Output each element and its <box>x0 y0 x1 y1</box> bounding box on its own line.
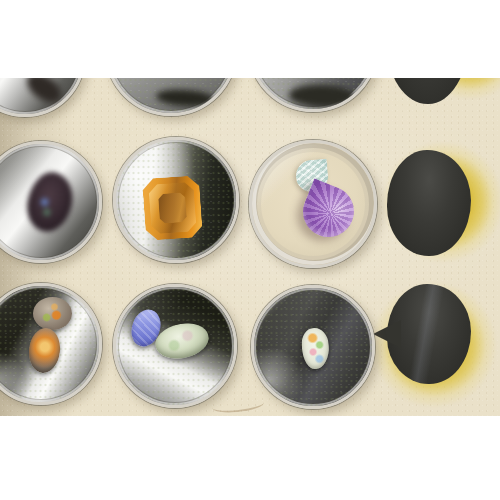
citrine-emerald-cut-gem <box>141 175 202 241</box>
capsule-r3c3 <box>251 285 375 409</box>
capsule-r2c2 <box>113 137 239 263</box>
round-opal <box>33 297 72 330</box>
photo <box>0 78 500 416</box>
capsule-r2c3 <box>249 140 377 268</box>
foam-hole-r2-cavity <box>387 150 471 256</box>
dark-iridescent-stone <box>22 168 78 236</box>
dark-chip-r1c1 <box>22 78 66 108</box>
screenshot-canvas <box>0 0 500 500</box>
capsule-r3c2 <box>113 284 237 408</box>
